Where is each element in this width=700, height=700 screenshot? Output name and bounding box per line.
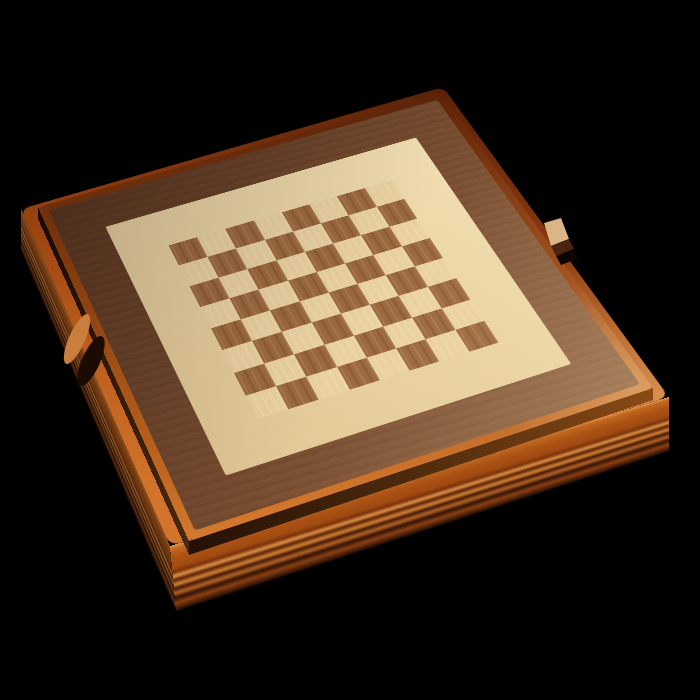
board-grid [169, 180, 499, 419]
photo-stage: Wooden chess board storage box shown at … [0, 0, 700, 700]
board-border-line [105, 138, 571, 476]
